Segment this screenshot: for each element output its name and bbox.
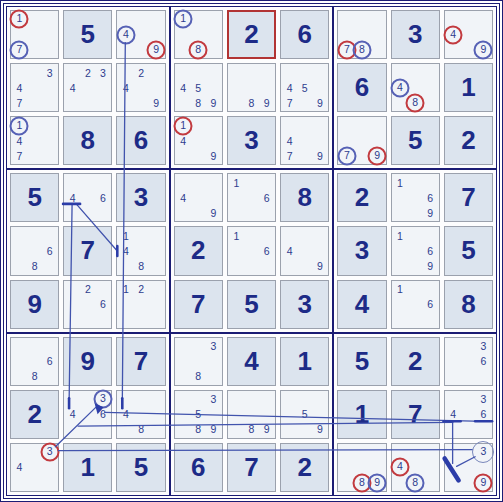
- cell-r8c4[interactable]: 3589: [174, 390, 223, 439]
- cell-r2c6[interactable]: 4579: [280, 63, 329, 112]
- candidate-4[interactable]: 4: [118, 407, 133, 421]
- candidate-3[interactable]: 3: [476, 339, 491, 353]
- cell-r8c2[interactable]: 346: [63, 390, 112, 439]
- candidate-8[interactable]: 8: [27, 369, 42, 383]
- cell-r4c6[interactable]: 8: [280, 173, 329, 222]
- candidate-3[interactable]: 3: [476, 392, 491, 406]
- cell-r7c2[interactable]: 9: [63, 337, 112, 386]
- candidate-5[interactable]: 5: [191, 81, 206, 95]
- candidate-8-circled-blue[interactable]: 8: [406, 473, 425, 492]
- candidate-4[interactable]: 4: [65, 191, 80, 205]
- candidate-1[interactable]: 1: [229, 229, 244, 243]
- cell-r8c6[interactable]: 59: [280, 390, 329, 439]
- cell-r7c9[interactable]: 36: [444, 337, 493, 386]
- cell-r3c7[interactable]: 79: [337, 116, 386, 165]
- candidate-1-circled-red[interactable]: 1: [10, 10, 29, 29]
- solved-digit: 5: [392, 117, 439, 164]
- candidate-7-circled-blue[interactable]: 7: [337, 146, 356, 165]
- candidate-4[interactable]: 4: [12, 460, 27, 474]
- cell-r2c3[interactable]: 249: [116, 63, 165, 112]
- solved-digit: 1: [64, 444, 111, 491]
- sudoku-board: 1754934723424914786182645898945791493479…: [0, 0, 503, 502]
- candidate-4[interactable]: 4: [65, 81, 80, 95]
- cell-r6c9[interactable]: 8: [444, 280, 493, 329]
- solved-digit: 8: [64, 117, 111, 164]
- solved-digit: 2: [338, 174, 385, 221]
- cell-r7c6[interactable]: 1: [280, 337, 329, 386]
- box-5: 4916821649753: [170, 169, 334, 332]
- candidate-9-circled-blue[interactable]: 9: [474, 40, 493, 59]
- solved-digit: 2: [445, 117, 492, 164]
- candidate-9[interactable]: 9: [259, 422, 274, 436]
- box-8: 384135898959672: [170, 333, 334, 496]
- cell-r9c7[interactable]: 89: [337, 443, 386, 492]
- solved-digit: 6: [281, 11, 328, 58]
- cell-r5c7[interactable]: 3: [337, 226, 386, 275]
- candidate-1[interactable]: 1: [229, 176, 244, 190]
- candidate-9-circled-red[interactable]: 9: [147, 40, 166, 59]
- cell-r2c2[interactable]: 234: [63, 63, 112, 112]
- cell-r6c1[interactable]: 9: [10, 280, 59, 329]
- cell-r4c7[interactable]: 2: [337, 173, 386, 222]
- candidate-1-circled-blue[interactable]: 1: [174, 10, 193, 29]
- candidate-8[interactable]: 8: [244, 96, 259, 110]
- cell-r9c8[interactable]: 48: [391, 443, 440, 492]
- candidate-1[interactable]: 1: [118, 229, 133, 243]
- cell-r4c1[interactable]: 5: [10, 173, 59, 222]
- solved-digit: 3: [281, 281, 328, 328]
- cell-r6c7[interactable]: 4: [337, 280, 386, 329]
- cell-r6c5[interactable]: 5: [227, 280, 276, 329]
- solved-digit: 6: [338, 64, 385, 111]
- candidate-8[interactable]: 8: [27, 259, 42, 273]
- cell-r9c5[interactable]: 7: [227, 443, 276, 492]
- candidate-9[interactable]: 9: [206, 149, 221, 163]
- candidate-6[interactable]: 6: [42, 354, 57, 368]
- cell-r8c3[interactable]: 48: [116, 390, 165, 439]
- candidate-8[interactable]: 8: [134, 422, 149, 436]
- cell-r9c2[interactable]: 1: [63, 443, 112, 492]
- candidate-6[interactable]: 6: [95, 407, 110, 421]
- candidate-8-circled-red[interactable]: 8: [189, 40, 208, 59]
- solved-digit: 1: [338, 391, 385, 438]
- candidate-6[interactable]: 6: [423, 297, 438, 311]
- cell-r7c7[interactable]: 5: [337, 337, 386, 386]
- candidate-1[interactable]: 1: [393, 282, 408, 296]
- cell-r1c1[interactable]: 17: [10, 10, 59, 59]
- cell-r7c1[interactable]: 68: [10, 337, 59, 386]
- candidate-3[interactable]: 3: [95, 66, 110, 80]
- cell-r4c5[interactable]: 16: [227, 173, 276, 222]
- solved-digit: 7: [445, 174, 492, 221]
- cell-r7c3[interactable]: 7: [116, 337, 165, 386]
- cell-r1c9[interactable]: 49: [444, 10, 493, 59]
- box-9: 523617346894839: [333, 333, 497, 496]
- candidate-7[interactable]: 7: [282, 149, 297, 163]
- candidate-2[interactable]: 2: [134, 66, 149, 80]
- candidate-4[interactable]: 4: [176, 191, 191, 205]
- solved-digit: 2: [281, 444, 328, 491]
- candidate-6[interactable]: 6: [95, 191, 110, 205]
- cell-r1c3[interactable]: 49: [116, 10, 165, 59]
- candidate-9[interactable]: 9: [312, 96, 327, 110]
- candidate-5[interactable]: 5: [297, 81, 312, 95]
- cell-r2c8[interactable]: 48: [391, 63, 440, 112]
- solved-digit: 9: [64, 338, 111, 385]
- cell-r2c4[interactable]: 4589: [174, 63, 223, 112]
- solved-digit: 5: [445, 227, 492, 274]
- cell-r5c8[interactable]: 169: [391, 226, 440, 275]
- cell-r2c7[interactable]: 6: [337, 63, 386, 112]
- candidate-4-circled-blue[interactable]: 4: [391, 78, 410, 97]
- solved-digit: 5: [228, 281, 275, 328]
- candidate-1[interactable]: 1: [118, 282, 133, 296]
- cell-r3c5[interactable]: 3: [227, 116, 276, 165]
- solved-digit: 9: [11, 281, 58, 328]
- candidate-7[interactable]: 7: [12, 149, 27, 163]
- cell-r9c6[interactable]: 2: [280, 443, 329, 492]
- solved-digit: 2: [11, 391, 58, 438]
- solved-digit: 7: [117, 338, 164, 385]
- candidate-9[interactable]: 9: [206, 422, 221, 436]
- candidate-9[interactable]: 9: [312, 422, 327, 436]
- solved-digit: 5: [117, 444, 164, 491]
- candidate-2[interactable]: 2: [80, 282, 95, 296]
- cell-r6c2[interactable]: 26: [63, 280, 112, 329]
- solved-digit: 5: [11, 174, 58, 221]
- candidate-3-circled-blue[interactable]: 3: [93, 390, 112, 409]
- cell-r5c9[interactable]: 5: [444, 226, 493, 275]
- solved-digit: 1: [281, 338, 328, 385]
- candidate-1[interactable]: 1: [393, 229, 408, 243]
- candidate-8-circled-blue[interactable]: 8: [352, 40, 371, 59]
- candidate-3-circled-red[interactable]: 3: [40, 443, 59, 462]
- cell-r1c8[interactable]: 3: [391, 10, 440, 59]
- candidate-9[interactable]: 9: [423, 206, 438, 220]
- candidate-7[interactable]: 7: [12, 96, 27, 110]
- box-3: 7834964817952: [333, 6, 497, 169]
- candidate-9[interactable]: 9: [259, 96, 274, 110]
- candidate-4-circled-red[interactable]: 4: [444, 25, 463, 44]
- candidate-4[interactable]: 4: [282, 81, 297, 95]
- candidate-4-circled-red[interactable]: 4: [391, 458, 410, 477]
- candidate-9-circled-blue[interactable]: 9: [368, 473, 387, 492]
- cell-r1c6[interactable]: 6: [280, 10, 329, 59]
- solved-digit: 4: [338, 281, 385, 328]
- candidate-8[interactable]: 8: [191, 422, 206, 436]
- candidate-9[interactable]: 9: [206, 206, 221, 220]
- cell-r4c4[interactable]: 49: [174, 173, 223, 222]
- box-7: 68972346483415: [6, 333, 170, 496]
- candidate-6[interactable]: 6: [259, 191, 274, 205]
- solved-digit: 7: [392, 391, 439, 438]
- solved-digit: 6: [175, 444, 222, 491]
- solved-digit: 7: [64, 227, 111, 274]
- solved-digit: 6: [117, 117, 164, 164]
- box-4: 546368714892612: [6, 169, 170, 332]
- cell-r6c6[interactable]: 3: [280, 280, 329, 329]
- cell-r3c2[interactable]: 8: [63, 116, 112, 165]
- solved-digit: 3: [228, 117, 275, 164]
- candidate-9[interactable]: 9: [312, 259, 327, 273]
- candidate-4[interactable]: 4: [282, 244, 297, 258]
- solved-digit: 8: [445, 281, 492, 328]
- candidate-3-circled-bigblue[interactable]: 3: [472, 441, 494, 463]
- candidate-8[interactable]: 8: [244, 422, 259, 436]
- solved-digit: 1: [445, 64, 492, 111]
- solved-digit: 5: [64, 11, 111, 58]
- cell-r3c8[interactable]: 5: [391, 116, 440, 165]
- cell-r1c2[interactable]: 5: [63, 10, 112, 59]
- cell-r4c3[interactable]: 3: [116, 173, 165, 222]
- candidate-3[interactable]: 3: [206, 339, 221, 353]
- candidate-9[interactable]: 9: [206, 96, 221, 110]
- cell-r1c5[interactable]: 2: [227, 10, 276, 59]
- cell-r8c9[interactable]: 346: [444, 390, 493, 439]
- solved-digit: 3: [392, 11, 439, 58]
- cell-r6c3[interactable]: 12: [116, 280, 165, 329]
- candidate-4[interactable]: 4: [12, 81, 27, 95]
- candidate-3[interactable]: 3: [206, 392, 221, 406]
- cell-r1c4[interactable]: 18: [174, 10, 223, 59]
- candidate-4[interactable]: 4: [12, 134, 27, 148]
- candidate-1[interactable]: 1: [393, 176, 408, 190]
- cell-r6c8[interactable]: 16: [391, 280, 440, 329]
- candidate-9[interactable]: 9: [423, 259, 438, 273]
- candidate-8[interactable]: 8: [191, 369, 206, 383]
- cell-r9c3[interactable]: 5: [116, 443, 165, 492]
- candidate-4[interactable]: 4: [118, 244, 133, 258]
- cell-r5c4[interactable]: 2: [174, 226, 223, 275]
- candidate-4-circled-blue[interactable]: 4: [116, 25, 135, 44]
- candidate-7[interactable]: 7: [282, 96, 297, 110]
- solved-digit: 8: [281, 174, 328, 221]
- cell-r9c9[interactable]: 39: [444, 443, 493, 492]
- cell-r5c2[interactable]: 7: [63, 226, 112, 275]
- cell-r7c4[interactable]: 38: [174, 337, 223, 386]
- solved-digit: 7: [228, 444, 275, 491]
- candidate-4[interactable]: 4: [176, 81, 191, 95]
- cell-r5c1[interactable]: 68: [10, 226, 59, 275]
- candidate-9-circled-red[interactable]: 9: [474, 473, 493, 492]
- candidate-8-circled-red[interactable]: 8: [406, 93, 425, 112]
- cell-r3c3[interactable]: 6: [116, 116, 165, 165]
- sudoku-app: 1754934723424914786182645898945791493479…: [0, 0, 503, 502]
- cell-r9c1[interactable]: 34: [10, 443, 59, 492]
- solved-digit: 2: [229, 12, 274, 57]
- candidate-4[interactable]: 4: [446, 407, 461, 421]
- cell-r2c5[interactable]: 89: [227, 63, 276, 112]
- candidate-8[interactable]: 8: [134, 259, 149, 273]
- solved-digit: 4: [228, 338, 275, 385]
- cell-r2c1[interactable]: 347: [10, 63, 59, 112]
- cell-r8c1[interactable]: 2: [10, 390, 59, 439]
- candidate-6[interactable]: 6: [259, 244, 274, 258]
- candidate-1-circled-red[interactable]: 1: [174, 116, 193, 135]
- cell-r7c8[interactable]: 2: [391, 337, 440, 386]
- cell-r8c5[interactable]: 89: [227, 390, 276, 439]
- box-2: 182645898945791493479: [170, 6, 334, 169]
- cell-r1c7[interactable]: 78: [337, 10, 386, 59]
- solved-digit: 7: [175, 281, 222, 328]
- cell-r3c6[interactable]: 479: [280, 116, 329, 165]
- candidate-2[interactable]: 2: [80, 66, 95, 80]
- candidate-2[interactable]: 2: [134, 282, 149, 296]
- cell-r4c8[interactable]: 169: [391, 173, 440, 222]
- solved-digit: 5: [338, 338, 385, 385]
- solved-digit: 2: [175, 227, 222, 274]
- cell-r6c4[interactable]: 7: [174, 280, 223, 329]
- solved-digit: 2: [392, 338, 439, 385]
- cell-r4c2[interactable]: 46: [63, 173, 112, 222]
- candidate-4[interactable]: 4: [282, 134, 297, 148]
- candidate-6[interactable]: 6: [476, 354, 491, 368]
- candidate-5[interactable]: 5: [297, 407, 312, 421]
- candidate-4[interactable]: 4: [65, 407, 80, 421]
- cell-r2c9[interactable]: 1: [444, 63, 493, 112]
- candidate-4[interactable]: 4: [176, 134, 191, 148]
- candidate-4[interactable]: 4: [118, 81, 133, 95]
- solved-digit: 3: [117, 174, 164, 221]
- candidate-6[interactable]: 6: [423, 191, 438, 205]
- cell-r3c9[interactable]: 2: [444, 116, 493, 165]
- box-6: 21697316954168: [333, 169, 497, 332]
- candidate-6[interactable]: 6: [42, 244, 57, 258]
- box-1: 1754934723424914786: [6, 6, 170, 169]
- cell-r3c1[interactable]: 147: [10, 116, 59, 165]
- candidate-9-circled-red[interactable]: 9: [368, 146, 387, 165]
- cell-r5c3[interactable]: 148: [116, 226, 165, 275]
- candidate-8[interactable]: 8: [191, 96, 206, 110]
- cell-r4c9[interactable]: 7: [444, 173, 493, 222]
- candidate-1-circled-blue[interactable]: 1: [10, 116, 29, 135]
- candidate-3[interactable]: 3: [42, 66, 57, 80]
- candidate-7-circled-blue[interactable]: 7: [10, 40, 29, 59]
- candidate-5[interactable]: 5: [191, 407, 206, 421]
- cell-r5c5[interactable]: 16: [227, 226, 276, 275]
- candidate-6[interactable]: 6: [476, 407, 491, 421]
- cell-r8c8[interactable]: 7: [391, 390, 440, 439]
- cell-r8c7[interactable]: 1: [337, 390, 386, 439]
- solved-digit: 3: [338, 227, 385, 274]
- candidate-6[interactable]: 6: [423, 244, 438, 258]
- cell-r9c4[interactable]: 6: [174, 443, 223, 492]
- candidate-9[interactable]: 9: [149, 96, 164, 110]
- candidate-6[interactable]: 6: [95, 297, 110, 311]
- candidate-9[interactable]: 9: [312, 149, 327, 163]
- cell-r3c4[interactable]: 149: [174, 116, 223, 165]
- cell-r7c5[interactable]: 4: [227, 337, 276, 386]
- cell-r5c6[interactable]: 49: [280, 226, 329, 275]
